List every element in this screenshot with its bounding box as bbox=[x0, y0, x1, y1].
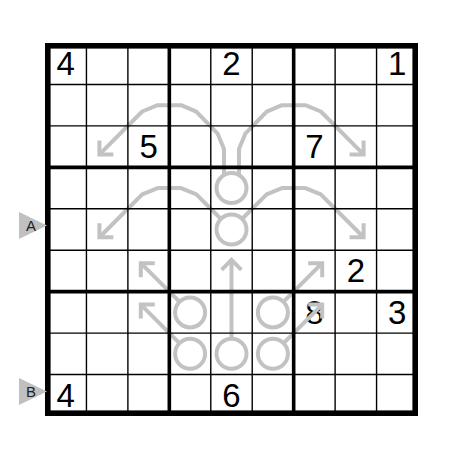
cell-r8c8[interactable] bbox=[335, 333, 376, 374]
cell-r3c6[interactable] bbox=[252, 126, 293, 167]
cell-r8c5[interactable] bbox=[211, 333, 252, 374]
cell-r1c1[interactable]: 4 bbox=[45, 43, 86, 84]
cell-r7c2[interactable] bbox=[86, 292, 127, 333]
cell-grid: 42157283746 bbox=[45, 43, 418, 416]
cell-r5c4[interactable] bbox=[169, 209, 210, 250]
cell-r2c2[interactable] bbox=[86, 84, 127, 125]
cell-r9c4[interactable] bbox=[169, 375, 210, 416]
cell-r2c1[interactable] bbox=[45, 84, 86, 125]
cell-r2c9[interactable] bbox=[377, 84, 418, 125]
cell-r9c5[interactable]: 6 bbox=[211, 375, 252, 416]
cell-r6c8[interactable]: 2 bbox=[335, 250, 376, 291]
cell-r3c3[interactable]: 5 bbox=[128, 126, 169, 167]
cell-r5c1[interactable] bbox=[45, 209, 86, 250]
cell-r9c1[interactable]: 4 bbox=[45, 375, 86, 416]
cell-r5c9[interactable] bbox=[377, 209, 418, 250]
cell-r1c9[interactable]: 1 bbox=[377, 43, 418, 84]
cell-r6c1[interactable] bbox=[45, 250, 86, 291]
cell-r8c1[interactable] bbox=[45, 333, 86, 374]
cell-r6c5[interactable] bbox=[211, 250, 252, 291]
cell-r5c3[interactable] bbox=[128, 209, 169, 250]
cell-r3c1[interactable] bbox=[45, 126, 86, 167]
cell-r3c8[interactable] bbox=[335, 126, 376, 167]
cell-r7c7[interactable]: 8 bbox=[294, 292, 335, 333]
cell-r7c9[interactable]: 3 bbox=[377, 292, 418, 333]
cell-r5c2[interactable] bbox=[86, 209, 127, 250]
cell-r2c4[interactable] bbox=[169, 84, 210, 125]
row-marker-a: A bbox=[19, 212, 47, 239]
puzzle-stage: 42157283746 A B bbox=[0, 0, 462, 459]
cell-r6c6[interactable] bbox=[252, 250, 293, 291]
cell-r8c4[interactable] bbox=[169, 333, 210, 374]
cell-r8c9[interactable] bbox=[377, 333, 418, 374]
cell-r8c3[interactable] bbox=[128, 333, 169, 374]
cell-r1c8[interactable] bbox=[335, 43, 376, 84]
cell-r9c8[interactable] bbox=[335, 375, 376, 416]
sudoku-board: 42157283746 bbox=[45, 43, 418, 416]
cell-r6c2[interactable] bbox=[86, 250, 127, 291]
cell-r9c6[interactable] bbox=[252, 375, 293, 416]
cell-r4c1[interactable] bbox=[45, 167, 86, 208]
cell-r3c9[interactable] bbox=[377, 126, 418, 167]
cell-r5c8[interactable] bbox=[335, 209, 376, 250]
cell-r5c7[interactable] bbox=[294, 209, 335, 250]
cell-r2c3[interactable] bbox=[128, 84, 169, 125]
cell-r1c6[interactable] bbox=[252, 43, 293, 84]
cell-r3c7[interactable]: 7 bbox=[294, 126, 335, 167]
cell-r8c2[interactable] bbox=[86, 333, 127, 374]
cell-r4c7[interactable] bbox=[294, 167, 335, 208]
row-marker-b: B bbox=[19, 378, 47, 405]
cell-r9c7[interactable] bbox=[294, 375, 335, 416]
cell-r1c4[interactable] bbox=[169, 43, 210, 84]
cell-r9c9[interactable] bbox=[377, 375, 418, 416]
cell-r4c6[interactable] bbox=[252, 167, 293, 208]
cell-r3c4[interactable] bbox=[169, 126, 210, 167]
cell-r3c2[interactable] bbox=[86, 126, 127, 167]
cell-r2c8[interactable] bbox=[335, 84, 376, 125]
cell-r7c4[interactable] bbox=[169, 292, 210, 333]
cell-r1c5[interactable]: 2 bbox=[211, 43, 252, 84]
cell-r7c3[interactable] bbox=[128, 292, 169, 333]
cell-r6c9[interactable] bbox=[377, 250, 418, 291]
cell-r4c8[interactable] bbox=[335, 167, 376, 208]
cell-r3c5[interactable] bbox=[211, 126, 252, 167]
cell-r9c2[interactable] bbox=[86, 375, 127, 416]
cell-r6c3[interactable] bbox=[128, 250, 169, 291]
cell-r5c5[interactable] bbox=[211, 209, 252, 250]
cell-r1c2[interactable] bbox=[86, 43, 127, 84]
cell-r5c6[interactable] bbox=[252, 209, 293, 250]
cell-r6c7[interactable] bbox=[294, 250, 335, 291]
cell-r4c5[interactable] bbox=[211, 167, 252, 208]
cell-r7c5[interactable] bbox=[211, 292, 252, 333]
cell-r7c8[interactable] bbox=[335, 292, 376, 333]
cell-r2c6[interactable] bbox=[252, 84, 293, 125]
cell-r8c6[interactable]: 7 bbox=[252, 333, 293, 374]
cell-r8c7[interactable] bbox=[294, 333, 335, 374]
cell-r4c2[interactable] bbox=[86, 167, 127, 208]
cell-r7c1[interactable] bbox=[45, 292, 86, 333]
cell-r4c4[interactable] bbox=[169, 167, 210, 208]
cell-r6c4[interactable] bbox=[169, 250, 210, 291]
row-marker-a-label: A bbox=[22, 212, 40, 239]
cell-r4c3[interactable] bbox=[128, 167, 169, 208]
row-marker-b-label: B bbox=[22, 378, 40, 405]
cell-r4c9[interactable] bbox=[377, 167, 418, 208]
cell-r2c7[interactable] bbox=[294, 84, 335, 125]
cell-r2c5[interactable] bbox=[211, 84, 252, 125]
cell-r1c3[interactable] bbox=[128, 43, 169, 84]
cell-r9c3[interactable] bbox=[128, 375, 169, 416]
cell-r1c7[interactable] bbox=[294, 43, 335, 84]
cell-r7c6[interactable] bbox=[252, 292, 293, 333]
